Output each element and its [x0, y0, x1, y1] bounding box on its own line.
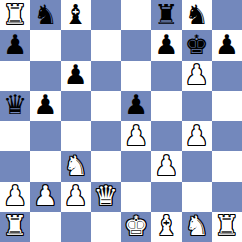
- black-pawn-piece[interactable]: ♟: [124, 91, 148, 118]
- square-c8[interactable]: ♝: [61, 0, 91, 30]
- square-e1[interactable]: ♚: [121, 212, 151, 242]
- square-g4[interactable]: ♟: [182, 121, 212, 151]
- black-king-piece[interactable]: ♚: [185, 31, 209, 58]
- square-f7[interactable]: ♟: [151, 30, 181, 60]
- square-a8[interactable]: ♜: [0, 0, 30, 30]
- white-pawn-piece[interactable]: ♟: [185, 122, 209, 149]
- black-knight-piece[interactable]: ♞: [33, 1, 57, 28]
- white-pawn-piece[interactable]: ♟: [3, 182, 27, 209]
- square-e6[interactable]: [121, 61, 151, 91]
- square-d6[interactable]: [91, 61, 121, 91]
- square-g7[interactable]: ♚: [182, 30, 212, 60]
- square-e4[interactable]: ♟: [121, 121, 151, 151]
- square-b4[interactable]: [30, 121, 60, 151]
- square-e5[interactable]: ♟: [121, 91, 151, 121]
- white-rook-piece[interactable]: ♜: [3, 212, 27, 239]
- square-d3[interactable]: [91, 151, 121, 181]
- white-king-piece[interactable]: ♚: [124, 212, 148, 239]
- square-c5[interactable]: [61, 91, 91, 121]
- square-e8[interactable]: [121, 0, 151, 30]
- black-rook-piece[interactable]: ♜: [154, 1, 178, 28]
- square-d8[interactable]: [91, 0, 121, 30]
- square-a2[interactable]: ♟: [0, 182, 30, 212]
- square-h6[interactable]: [212, 61, 242, 91]
- square-d5[interactable]: [91, 91, 121, 121]
- square-h2[interactable]: [212, 182, 242, 212]
- white-pawn-piece[interactable]: ♟: [185, 61, 209, 88]
- square-h7[interactable]: ♟: [212, 30, 242, 60]
- white-pawn-piece[interactable]: ♟: [124, 122, 148, 149]
- square-f8[interactable]: ♜: [151, 0, 181, 30]
- square-b8[interactable]: ♞: [30, 0, 60, 30]
- square-b3[interactable]: [30, 151, 60, 181]
- white-rook-piece[interactable]: ♜: [215, 212, 239, 239]
- black-queen-piece[interactable]: ♛: [3, 91, 27, 118]
- square-h4[interactable]: [212, 121, 242, 151]
- square-e2[interactable]: [121, 182, 151, 212]
- square-f3[interactable]: ♟: [151, 151, 181, 181]
- black-bishop-piece[interactable]: ♝: [64, 1, 88, 28]
- square-h8[interactable]: [212, 0, 242, 30]
- black-pawn-piece[interactable]: ♟: [64, 61, 88, 88]
- square-g3[interactable]: [182, 151, 212, 181]
- square-e7[interactable]: [121, 30, 151, 60]
- chess-board: ♜♞♝♜♞♟♟♚♟♟♟♛♟♟♟♟♞♟♟♟♟♛♜♚♝♞♜: [0, 0, 242, 242]
- square-a4[interactable]: [0, 121, 30, 151]
- square-g8[interactable]: ♞: [182, 0, 212, 30]
- square-b6[interactable]: [30, 61, 60, 91]
- black-pawn-piece[interactable]: ♟: [215, 31, 239, 58]
- square-g2[interactable]: [182, 182, 212, 212]
- square-c4[interactable]: [61, 121, 91, 151]
- square-h5[interactable]: [212, 91, 242, 121]
- white-pawn-piece[interactable]: ♟: [64, 182, 88, 209]
- square-h1[interactable]: ♜: [212, 212, 242, 242]
- black-pawn-piece[interactable]: ♟: [3, 31, 27, 58]
- square-g5[interactable]: [182, 91, 212, 121]
- square-a3[interactable]: [0, 151, 30, 181]
- square-f2[interactable]: [151, 182, 181, 212]
- square-a1[interactable]: ♜: [0, 212, 30, 242]
- square-b1[interactable]: [30, 212, 60, 242]
- square-b2[interactable]: ♟: [30, 182, 60, 212]
- square-d7[interactable]: [91, 30, 121, 60]
- white-rook-piece[interactable]: ♜: [3, 1, 27, 28]
- white-pawn-piece[interactable]: ♟: [33, 182, 57, 209]
- square-c2[interactable]: ♟: [61, 182, 91, 212]
- square-f5[interactable]: [151, 91, 181, 121]
- square-g6[interactable]: ♟: [182, 61, 212, 91]
- square-c7[interactable]: [61, 30, 91, 60]
- white-knight-piece[interactable]: ♞: [185, 212, 209, 239]
- square-a7[interactable]: ♟: [0, 30, 30, 60]
- white-bishop-piece[interactable]: ♝: [154, 212, 178, 239]
- square-c3[interactable]: ♞: [61, 151, 91, 181]
- square-d1[interactable]: [91, 212, 121, 242]
- black-pawn-piece[interactable]: ♟: [154, 31, 178, 58]
- square-c1[interactable]: [61, 212, 91, 242]
- square-f4[interactable]: [151, 121, 181, 151]
- square-f1[interactable]: ♝: [151, 212, 181, 242]
- square-g1[interactable]: ♞: [182, 212, 212, 242]
- white-queen-piece[interactable]: ♛: [94, 182, 118, 209]
- square-d2[interactable]: ♛: [91, 182, 121, 212]
- square-a5[interactable]: ♛: [0, 91, 30, 121]
- square-d4[interactable]: [91, 121, 121, 151]
- square-b5[interactable]: ♟: [30, 91, 60, 121]
- white-knight-piece[interactable]: ♞: [64, 152, 88, 179]
- black-knight-piece[interactable]: ♞: [185, 1, 209, 28]
- white-pawn-piece[interactable]: ♟: [154, 152, 178, 179]
- square-b7[interactable]: [30, 30, 60, 60]
- square-h3[interactable]: [212, 151, 242, 181]
- black-pawn-piece[interactable]: ♟: [33, 91, 57, 118]
- square-a6[interactable]: [0, 61, 30, 91]
- square-e3[interactable]: [121, 151, 151, 181]
- square-c6[interactable]: ♟: [61, 61, 91, 91]
- square-f6[interactable]: [151, 61, 181, 91]
